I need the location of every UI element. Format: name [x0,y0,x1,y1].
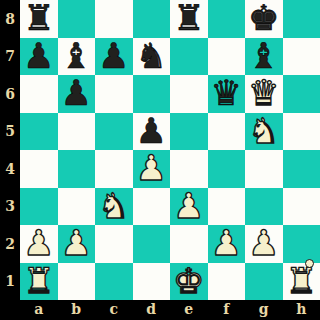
file-label-d: d [133,300,171,320]
piece-white-pawn-g2[interactable]: ♟ [248,225,279,263]
square-f6[interactable]: ♛ [208,75,246,113]
square-b2[interactable]: ♟ [58,225,96,263]
square-h8[interactable] [283,0,320,38]
square-g3[interactable] [245,188,283,226]
square-d8[interactable] [133,0,171,38]
square-e1[interactable]: ♚ [170,263,208,301]
square-c1[interactable] [95,263,133,301]
rank-label-1: 1 [0,263,20,301]
square-a3[interactable] [20,188,58,226]
square-a4[interactable] [20,150,58,188]
board: ♜♜♚♟♝♟♞♝♟♛♛♟♞♟♞♟♟♟♟♟♜♚♜ [20,0,320,300]
square-a8[interactable]: ♜ [20,0,58,38]
square-d4[interactable]: ♟ [133,150,171,188]
piece-black-knight-d7[interactable]: ♞ [136,38,167,76]
square-e6[interactable] [170,75,208,113]
square-d7[interactable]: ♞ [133,38,171,76]
rank-label-4: 4 [0,150,20,188]
marker-dot-h1 [305,259,314,268]
square-h1[interactable]: ♜ [283,263,320,301]
square-g4[interactable] [245,150,283,188]
piece-black-pawn-b6[interactable]: ♟ [61,75,92,113]
square-d2[interactable] [133,225,171,263]
square-g7[interactable]: ♝ [245,38,283,76]
square-f3[interactable] [208,188,246,226]
square-b4[interactable] [58,150,96,188]
square-g8[interactable]: ♚ [245,0,283,38]
piece-white-knight-c3[interactable]: ♞ [98,188,129,226]
square-c4[interactable] [95,150,133,188]
square-b7[interactable]: ♝ [58,38,96,76]
rank-labels: 87654321 [0,0,20,300]
square-h7[interactable] [283,38,320,76]
piece-black-rook-e8[interactable]: ♜ [173,0,204,38]
file-labels: abcdefgh [20,300,320,320]
square-f2[interactable]: ♟ [208,225,246,263]
square-e4[interactable] [170,150,208,188]
square-c7[interactable]: ♟ [95,38,133,76]
square-e2[interactable] [170,225,208,263]
square-a6[interactable] [20,75,58,113]
file-label-f: f [208,300,246,320]
square-f5[interactable] [208,113,246,151]
piece-black-pawn-d5[interactable]: ♟ [136,113,167,151]
square-h3[interactable] [283,188,320,226]
square-g5[interactable]: ♞ [245,113,283,151]
square-g6[interactable]: ♛ [245,75,283,113]
square-c2[interactable] [95,225,133,263]
rank-label-5: 5 [0,113,20,151]
piece-black-king-g8[interactable]: ♚ [248,0,279,38]
file-label-g: g [245,300,283,320]
square-a1[interactable]: ♜ [20,263,58,301]
square-b3[interactable] [58,188,96,226]
square-a5[interactable] [20,113,58,151]
square-b6[interactable]: ♟ [58,75,96,113]
piece-white-knight-g5[interactable]: ♞ [248,113,279,151]
piece-white-pawn-e3[interactable]: ♟ [173,188,204,226]
square-f8[interactable] [208,0,246,38]
piece-black-queen-f6[interactable]: ♛ [211,75,242,113]
piece-white-king-e1[interactable]: ♚ [173,263,204,301]
piece-black-pawn-a7[interactable]: ♟ [23,38,54,76]
square-e7[interactable] [170,38,208,76]
square-c8[interactable] [95,0,133,38]
square-d3[interactable] [133,188,171,226]
square-d6[interactable] [133,75,171,113]
square-g2[interactable]: ♟ [245,225,283,263]
piece-black-rook-a8[interactable]: ♜ [23,0,54,38]
square-c5[interactable] [95,113,133,151]
file-label-h: h [283,300,320,320]
square-c3[interactable]: ♞ [95,188,133,226]
piece-black-bishop-g7[interactable]: ♝ [248,38,279,76]
rank-label-8: 8 [0,0,20,38]
rank-label-6: 6 [0,75,20,113]
square-e3[interactable]: ♟ [170,188,208,226]
square-h4[interactable] [283,150,320,188]
square-d5[interactable]: ♟ [133,113,171,151]
file-label-b: b [58,300,96,320]
rank-label-2: 2 [0,225,20,263]
piece-white-pawn-a2[interactable]: ♟ [23,225,54,263]
file-label-c: c [95,300,133,320]
square-e8[interactable]: ♜ [170,0,208,38]
chessboard-frame: 87654321 ♜♜♚♟♝♟♞♝♟♛♛♟♞♟♞♟♟♟♟♟♜♚♜ abcdefg… [0,0,320,320]
piece-white-rook-h1[interactable]: ♜ [286,263,317,301]
piece-black-pawn-c7[interactable]: ♟ [98,38,129,76]
square-b8[interactable] [58,0,96,38]
square-g1[interactable] [245,263,283,301]
square-a7[interactable]: ♟ [20,38,58,76]
piece-white-pawn-f2[interactable]: ♟ [211,225,242,263]
square-d1[interactable] [133,263,171,301]
piece-white-rook-a1[interactable]: ♜ [23,263,54,301]
square-f4[interactable] [208,150,246,188]
piece-white-pawn-d4[interactable]: ♟ [136,150,167,188]
piece-white-queen-g6[interactable]: ♛ [248,75,279,113]
square-b1[interactable] [58,263,96,301]
rank-label-7: 7 [0,38,20,76]
rank-label-3: 3 [0,188,20,226]
square-b5[interactable] [58,113,96,151]
square-a2[interactable]: ♟ [20,225,58,263]
square-e5[interactable] [170,113,208,151]
piece-white-pawn-b2[interactable]: ♟ [61,225,92,263]
square-h5[interactable] [283,113,320,151]
square-h6[interactable] [283,75,320,113]
file-label-e: e [170,300,208,320]
square-c6[interactable] [95,75,133,113]
square-f1[interactable] [208,263,246,301]
square-h2[interactable] [283,225,320,263]
square-f7[interactable] [208,38,246,76]
file-label-a: a [20,300,58,320]
piece-black-bishop-b7[interactable]: ♝ [61,38,92,76]
